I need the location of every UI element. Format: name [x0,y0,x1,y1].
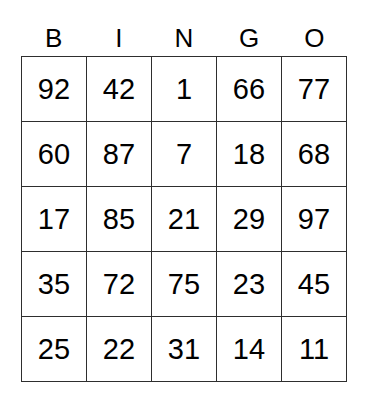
column-header-o: O [304,25,324,51]
bingo-cell-r4c3[interactable]: 75 [152,252,217,317]
bingo-cell-r2c5[interactable]: 68 [282,122,347,187]
column-header-g: G [239,25,259,51]
bingo-cell-r3c3[interactable]: 21 [152,187,217,252]
bingo-cell-r4c1[interactable]: 35 [22,252,87,317]
bingo-card: B I N G O 92 42 1 66 77 60 87 7 18 68 17… [21,20,347,382]
bingo-cell-r3c1[interactable]: 17 [22,187,87,252]
column-header-b: B [45,25,62,51]
bingo-cell-r1c3[interactable]: 1 [152,57,217,122]
bingo-cell-r5c4[interactable]: 14 [217,317,282,382]
bingo-cell-r3c2[interactable]: 85 [87,187,152,252]
bingo-cell-r2c4[interactable]: 18 [217,122,282,187]
bingo-cell-r2c1[interactable]: 60 [22,122,87,187]
bingo-cell-r2c2[interactable]: 87 [87,122,152,187]
bingo-cell-r3c4[interactable]: 29 [217,187,282,252]
bingo-cell-r5c5[interactable]: 11 [282,317,347,382]
bingo-cell-r2c3[interactable]: 7 [152,122,217,187]
bingo-cell-r5c2[interactable]: 22 [87,317,152,382]
column-header-i: I [115,25,122,51]
bingo-cell-r4c2[interactable]: 72 [87,252,152,317]
bingo-cell-r1c2[interactable]: 42 [87,57,152,122]
bingo-cell-r1c5[interactable]: 77 [282,57,347,122]
bingo-cell-r1c4[interactable]: 66 [217,57,282,122]
bingo-cell-r1c1[interactable]: 92 [22,57,87,122]
bingo-card-page: B I N G O 92 42 1 66 77 60 87 7 18 68 17… [0,0,368,400]
bingo-cell-r4c5[interactable]: 45 [282,252,347,317]
bingo-cell-r5c3[interactable]: 31 [152,317,217,382]
bingo-board: 92 42 1 66 77 60 87 7 18 68 17 85 21 29 … [21,56,347,382]
bingo-cell-r3c5[interactable]: 97 [282,187,347,252]
bingo-cell-r4c4[interactable]: 23 [217,252,282,317]
bingo-header-row: B I N G O [21,20,347,56]
bingo-cell-r5c1[interactable]: 25 [22,317,87,382]
column-header-n: N [175,25,194,51]
